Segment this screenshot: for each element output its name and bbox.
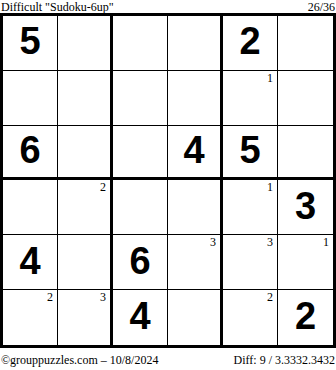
sudoku-cell-r5c3[interactable]: 6 [113, 235, 168, 290]
sudoku-cell-r4c6[interactable]: 3 [278, 180, 333, 235]
sudoku-cell-r1c5[interactable]: 2 [223, 16, 278, 71]
page-footer: ©grouppuzzles.com – 10/8/2024 Diff: 9 / … [0, 348, 336, 370]
sudoku-cell-r2c3[interactable] [113, 71, 168, 126]
pencil-mark: 3 [100, 290, 106, 304]
cell-value: 3 [295, 187, 316, 225]
sudoku-cell-r4c4[interactable] [168, 180, 223, 235]
footer-copyright: ©grouppuzzles.com – 10/8/2024 [1, 354, 158, 366]
sudoku-cell-r3c6[interactable] [278, 126, 333, 181]
sudoku-cell-r4c5[interactable]: 1 [223, 180, 278, 235]
cell-value: 6 [129, 242, 150, 280]
cell-value: 2 [239, 22, 260, 60]
sudoku-grid: 5216452134633123422 [0, 13, 336, 348]
sudoku-cell-r5c4[interactable]: 3 [168, 235, 223, 290]
sudoku-cell-r6c6[interactable]: 2 [278, 290, 333, 345]
pencil-mark: 2 [47, 290, 53, 304]
sudoku-cell-r1c6[interactable] [278, 16, 333, 71]
sudoku-cell-r5c5[interactable]: 3 [223, 235, 278, 290]
sudoku-cell-r6c3[interactable]: 4 [113, 290, 168, 345]
sudoku-cell-r5c2[interactable] [58, 235, 113, 290]
sudoku-cell-r3c2[interactable] [58, 126, 113, 181]
page-header: Difficult "Sudoku-6up" 26/36 [0, 0, 336, 13]
sudoku-cell-r3c1[interactable]: 6 [3, 126, 58, 181]
sudoku-cell-r4c2[interactable]: 2 [58, 180, 113, 235]
sudoku-cell-r6c2[interactable]: 3 [58, 290, 113, 345]
sudoku-cell-r5c6[interactable]: 1 [278, 235, 333, 290]
cell-value: 4 [129, 297, 150, 335]
pencil-mark: 1 [267, 71, 273, 85]
puzzle-progress: 26/36 [308, 1, 335, 13]
sudoku-cell-r4c3[interactable] [113, 180, 168, 235]
pencil-mark: 2 [267, 290, 273, 304]
pencil-mark: 3 [267, 235, 273, 249]
pencil-mark: 1 [267, 180, 273, 194]
cell-value: 2 [295, 297, 316, 335]
cell-value: 4 [19, 242, 40, 280]
cell-value: 6 [19, 131, 40, 169]
pencil-mark: 2 [100, 180, 106, 194]
sudoku-cell-r3c3[interactable] [113, 126, 168, 181]
cell-value: 5 [239, 131, 260, 169]
sudoku-cell-r1c2[interactable] [58, 16, 113, 71]
sudoku-cell-r6c1[interactable]: 2 [3, 290, 58, 345]
sudoku-cell-r1c3[interactable] [113, 16, 168, 71]
pencil-mark: 3 [210, 235, 216, 249]
sudoku-cell-r5c1[interactable]: 4 [3, 235, 58, 290]
sudoku-cell-r2c4[interactable] [168, 71, 223, 126]
sudoku-cell-r2c2[interactable] [58, 71, 113, 126]
sudoku-cell-r2c5[interactable]: 1 [223, 71, 278, 126]
sudoku-cell-r3c5[interactable]: 5 [223, 126, 278, 181]
sudoku-cell-r6c5[interactable]: 2 [223, 290, 278, 345]
sudoku-cell-r1c1[interactable]: 5 [3, 16, 58, 71]
puzzle-title: Difficult "Sudoku-6up" [1, 1, 114, 13]
pencil-mark: 1 [323, 235, 329, 249]
sudoku-cell-r1c4[interactable] [168, 16, 223, 71]
cell-value: 5 [19, 22, 40, 60]
cell-value: 4 [183, 131, 204, 169]
sudoku-cell-r3c4[interactable]: 4 [168, 126, 223, 181]
footer-difficulty: Diff: 9 / 3.3332.3432 [234, 354, 335, 366]
sudoku-cell-r2c1[interactable] [3, 71, 58, 126]
sudoku-cell-r6c4[interactable] [168, 290, 223, 345]
sudoku-cell-r4c1[interactable] [3, 180, 58, 235]
sudoku-cell-r2c6[interactable] [278, 71, 333, 126]
